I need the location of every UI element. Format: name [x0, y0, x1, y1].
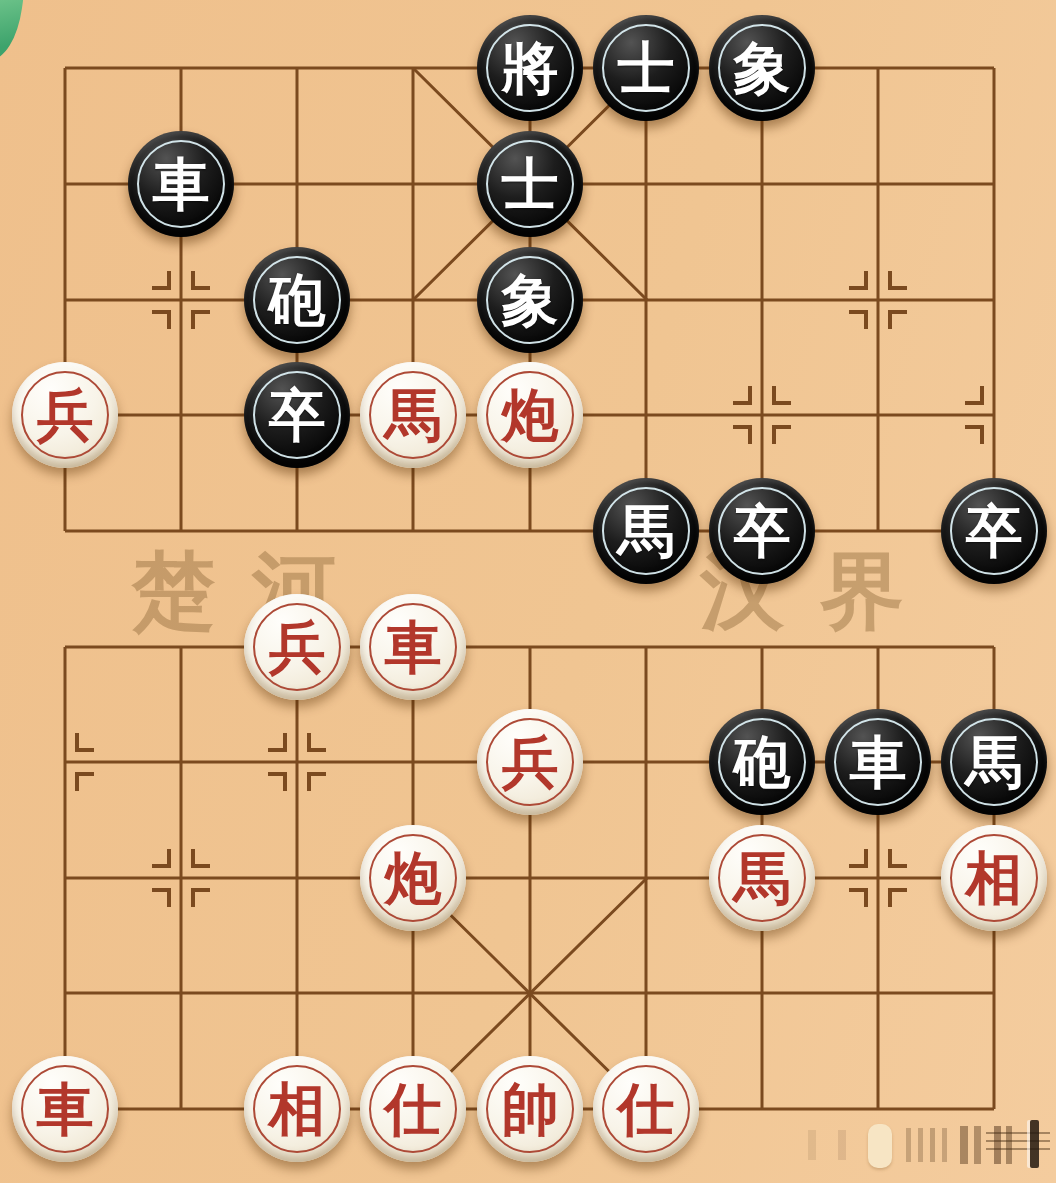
piece-black-advisor[interactable]: 士 [477, 131, 583, 237]
piece-black-elephant[interactable]: 象 [477, 247, 583, 353]
piece-red-soldier[interactable]: 兵 [12, 362, 118, 468]
piece-red-soldier[interactable]: 兵 [477, 709, 583, 815]
piece-red-elephant[interactable]: 相 [244, 1056, 350, 1162]
piece-black-elephant[interactable]: 象 [709, 15, 815, 121]
piece-black-soldier[interactable]: 卒 [709, 478, 815, 584]
piece-black-chariot[interactable]: 車 [825, 709, 931, 815]
pieces-layer: 將士象車士砲象兵卒馬炮馬卒卒兵車兵砲車馬炮馬相車相仕帥仕 [0, 0, 1056, 1183]
xiangqi-board-screen: 楚河 汉界 將士象車士砲象兵卒馬炮馬卒卒兵車兵砲車馬炮馬相車相仕帥仕 [0, 0, 1056, 1183]
piece-red-advisor[interactable]: 仕 [593, 1056, 699, 1162]
piece-black-chariot[interactable]: 車 [128, 131, 234, 237]
piece-black-soldier[interactable]: 卒 [244, 362, 350, 468]
piece-red-cannon[interactable]: 炮 [477, 362, 583, 468]
piece-black-soldier[interactable]: 卒 [941, 478, 1047, 584]
piece-red-cannon[interactable]: 炮 [360, 825, 466, 931]
piece-black-cannon[interactable]: 砲 [709, 709, 815, 815]
piece-red-elephant[interactable]: 相 [941, 825, 1047, 931]
piece-black-horse[interactable]: 馬 [593, 478, 699, 584]
piece-black-cannon[interactable]: 砲 [244, 247, 350, 353]
piece-black-advisor[interactable]: 士 [593, 15, 699, 121]
piece-red-horse[interactable]: 馬 [709, 825, 815, 931]
piece-red-chariot[interactable]: 車 [12, 1056, 118, 1162]
piece-red-horse[interactable]: 馬 [360, 362, 466, 468]
piece-red-advisor[interactable]: 仕 [360, 1056, 466, 1162]
piece-red-general[interactable]: 帥 [477, 1056, 583, 1162]
piece-red-chariot[interactable]: 車 [360, 594, 466, 700]
piece-black-general[interactable]: 將 [477, 15, 583, 121]
piece-black-horse[interactable]: 馬 [941, 709, 1047, 815]
piece-red-soldier[interactable]: 兵 [244, 594, 350, 700]
